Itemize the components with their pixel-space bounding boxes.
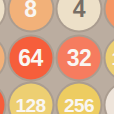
tile-value: 128: [111, 49, 114, 68]
tile-value: 64: [18, 47, 43, 70]
tile-16-partial: 16: [105, 0, 114, 31]
tile-128-partial: 128: [105, 37, 114, 80]
tile-value: 32: [67, 47, 92, 70]
tile-value: 128: [15, 96, 45, 115]
tile-4-partial: 4: [0, 0, 5, 31]
tile-64-partial: 64: [0, 84, 5, 115]
2048-board[interactable]: 4841686432128641282562: [0, 0, 114, 114]
tile-4: 4: [58, 0, 101, 31]
tile-value: 8: [24, 0, 36, 21]
tile-256: 256: [58, 84, 101, 115]
tile-value: 4: [73, 0, 85, 21]
tile-2-partial: 2: [105, 84, 114, 115]
tile-8-partial: 8: [0, 37, 5, 80]
tile-128: 128: [9, 84, 52, 115]
tile-8: 8: [9, 0, 52, 31]
tile-64: 64: [9, 37, 52, 80]
tile-32: 32: [58, 37, 101, 80]
tile-value: 256: [64, 96, 94, 115]
